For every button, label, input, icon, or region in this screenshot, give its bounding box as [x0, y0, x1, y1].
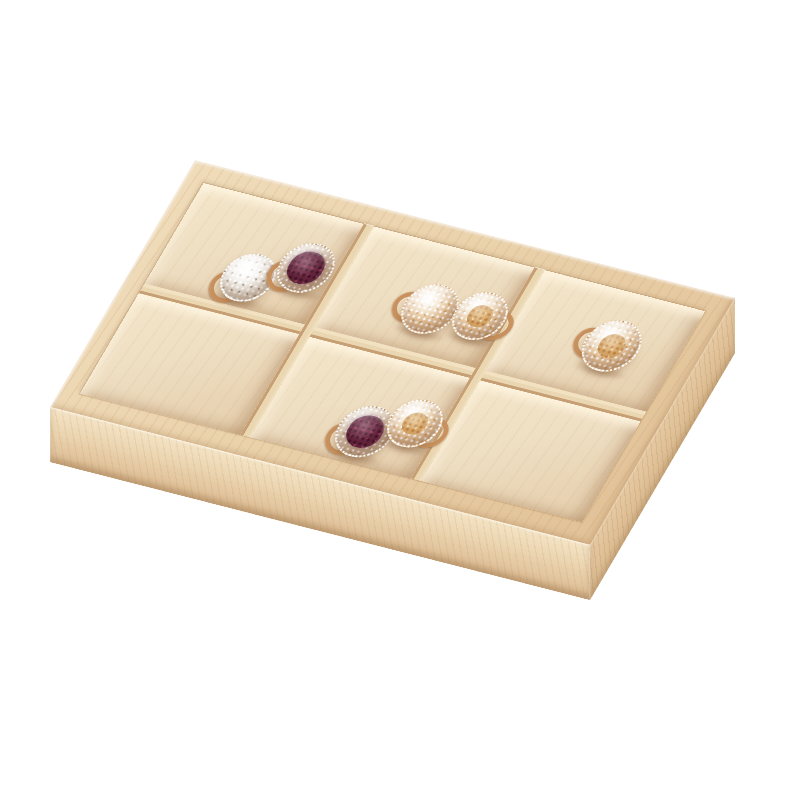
scene-caption: Unfinished pine wood jewelry display tra… [0, 0, 1, 1]
product-photo-stage: Unfinished pine wood jewelry display tra… [0, 0, 800, 800]
